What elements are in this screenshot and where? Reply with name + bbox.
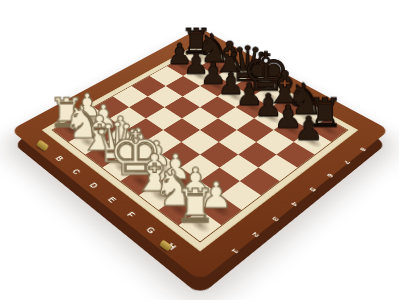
chess-board: ♜♞♝♛♚♝♞♜♟♟♟♟♟♟♟♟♟♟♟♟♟♟♟♟♜♞♝♛♚♝♞♜ ABCDEFG… [10,28,389,281]
board-squares: ♜♞♝♛♚♝♞♜♟♟♟♟♟♟♟♟♟♟♟♟♟♟♟♟♜♞♝♛♚♝♞♜ [52,48,346,241]
black-pawn-piece[interactable]: ♟ [275,112,341,145]
product-photo-background: ♜♞♝♛♚♝♞♜♟♟♟♟♟♟♟♟♟♟♟♟♟♟♟♟♜♞♝♛♚♝♞♜ ABCDEFG… [0,0,399,300]
board-frame: ♜♞♝♛♚♝♞♜♟♟♟♟♟♟♟♟♟♟♟♟♟♟♟♟♜♞♝♛♚♝♞♜ ABCDEFG… [10,28,389,281]
white-rook-piece[interactable]: ♜ [158,183,232,229]
board-scene: ♜♞♝♛♚♝♞♜♟♟♟♟♟♟♟♟♟♟♟♟♟♟♟♟♜♞♝♛♚♝♞♜ ABCDEFG… [0,0,399,300]
